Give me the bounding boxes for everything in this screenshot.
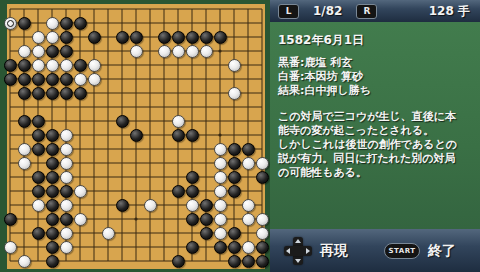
black-stone (186, 185, 199, 198)
white-stone (256, 227, 269, 240)
black-stone (214, 31, 227, 44)
black-stone (32, 115, 45, 128)
title-bar: L 1/82 R 128 手 (270, 0, 480, 22)
black-stone (74, 87, 87, 100)
white-stone (214, 199, 227, 212)
start-button-icon[interactable]: START (384, 243, 420, 259)
white-stone (4, 17, 17, 30)
white-stone (228, 59, 241, 72)
black-stone (186, 241, 199, 254)
white-stone (46, 31, 59, 44)
white-stone (88, 73, 101, 86)
black-stone (46, 129, 59, 142)
black-stone (46, 185, 59, 198)
black-stone (4, 59, 17, 72)
black-stone (60, 213, 73, 226)
black-stone (228, 143, 241, 156)
black-stone (60, 185, 73, 198)
white-stone (4, 241, 17, 254)
black-stone (88, 31, 101, 44)
black-stone (32, 171, 45, 184)
white-stone (130, 45, 143, 58)
white-stone (32, 199, 45, 212)
black-stone (158, 31, 171, 44)
black-stone (32, 87, 45, 100)
black-stone (186, 171, 199, 184)
control-bar: 再現 START 終了 (270, 229, 480, 272)
white-stone (32, 59, 45, 72)
white-stone (256, 157, 269, 170)
game-counter: 1/82 (313, 4, 342, 18)
white-stone (88, 59, 101, 72)
white-stone (60, 157, 73, 170)
black-stone (172, 255, 185, 268)
black-stone (4, 73, 17, 86)
white-stone (256, 213, 269, 226)
black-stone (18, 87, 31, 100)
black-stone (60, 87, 73, 100)
black-stone (74, 17, 87, 30)
white-stone (214, 213, 227, 226)
black-stone (18, 73, 31, 86)
black-stone (228, 241, 241, 254)
replay-label[interactable]: 再現 (320, 242, 348, 260)
white-stone (214, 157, 227, 170)
black-stone (60, 17, 73, 30)
move-count: 128 手 (429, 3, 470, 20)
black-stone (60, 31, 73, 44)
black-stone (130, 129, 143, 142)
black-stone (46, 213, 59, 226)
white-stone (242, 241, 255, 254)
game-info-area: 1582年6月1日 黒番:鹿塩 利玄 白番:本因坊 算砂 結果:白中押し勝ち こ… (270, 22, 480, 229)
black-stone (200, 199, 213, 212)
black-stone (46, 157, 59, 170)
white-stone (60, 241, 73, 254)
white-stone (214, 171, 227, 184)
white-stone (60, 227, 73, 240)
white-stone (102, 227, 115, 240)
white-stone (214, 227, 227, 240)
black-stone (200, 227, 213, 240)
black-stone (256, 171, 269, 184)
game-date: 1582年6月1日 (278, 32, 364, 49)
black-stone (228, 171, 241, 184)
white-stone (242, 157, 255, 170)
white-stone (18, 143, 31, 156)
white-stone (186, 199, 199, 212)
white-stone (186, 45, 199, 58)
white-stone (60, 143, 73, 156)
black-stone (18, 115, 31, 128)
black-stone (130, 31, 143, 44)
players-and-result: 黒番:鹿塩 利玄 白番:本因坊 算砂 結果:白中押し勝ち (278, 56, 371, 98)
black-stone (242, 255, 255, 268)
r-shoulder-button-icon[interactable]: R (356, 4, 377, 19)
white-stone (74, 213, 87, 226)
white-stone (60, 199, 73, 212)
white-stone (172, 115, 185, 128)
black-stone (186, 129, 199, 142)
black-stone (46, 143, 59, 156)
black-stone (46, 255, 59, 268)
black-stone (74, 59, 87, 72)
black-stone (4, 213, 17, 226)
black-stone (214, 241, 227, 254)
black-stone (46, 227, 59, 240)
black-stone (228, 157, 241, 170)
black-stone (18, 17, 31, 30)
white-stone (74, 185, 87, 198)
white-stone (60, 59, 73, 72)
black-stone (256, 241, 269, 254)
black-stone (228, 185, 241, 198)
white-stone (74, 73, 87, 86)
black-stone (18, 59, 31, 72)
white-stone (144, 199, 157, 212)
black-stone (46, 45, 59, 58)
white-stone (60, 129, 73, 142)
white-stone (46, 59, 59, 72)
black-stone (242, 143, 255, 156)
white-stone (18, 255, 31, 268)
black-stone (172, 185, 185, 198)
black-stone (46, 241, 59, 254)
black-stone (32, 227, 45, 240)
white-stone (60, 171, 73, 184)
black-stone (32, 143, 45, 156)
white-stone (214, 143, 227, 156)
white-stone (18, 157, 31, 170)
black-stone (32, 185, 45, 198)
white-stone (32, 31, 45, 44)
black-stone (46, 73, 59, 86)
black-stone (46, 87, 59, 100)
dpad-icon[interactable] (284, 237, 312, 265)
black-stone (256, 255, 269, 268)
black-stone (228, 227, 241, 240)
info-panel: L 1/82 R 128 手 1582年6月1日 黒番:鹿塩 利玄 白番:本因坊… (270, 0, 480, 272)
black-stone (200, 31, 213, 44)
go-board (0, 0, 270, 272)
black-stone (172, 31, 185, 44)
white-stone (32, 45, 45, 58)
black-stone (116, 199, 129, 212)
black-stone (200, 213, 213, 226)
black-stone (186, 31, 199, 44)
black-stone (46, 199, 59, 212)
black-stone (172, 129, 185, 142)
black-stone (186, 213, 199, 226)
black-stone (32, 129, 45, 142)
white-stone (228, 87, 241, 100)
psp-go-viewer-screen: L 1/82 R 128 手 1582年6月1日 黒番:鹿塩 利玄 白番:本因坊… (0, 0, 480, 272)
white-stone (172, 45, 185, 58)
white-stone (158, 45, 171, 58)
white-stone (200, 45, 213, 58)
white-stone (18, 45, 31, 58)
l-shoulder-button-icon[interactable]: L (278, 4, 299, 19)
black-stone (116, 31, 129, 44)
black-stone (60, 45, 73, 58)
quit-label[interactable]: 終了 (428, 242, 456, 260)
white-stone (242, 199, 255, 212)
black-stone (228, 255, 241, 268)
black-stone (60, 73, 73, 86)
white-stone (214, 185, 227, 198)
white-stone (242, 213, 255, 226)
commentary-text: この対局で三コウが生じ、直後に本 能寺の変が起こったとされる。 しかしこれは後世… (278, 110, 457, 180)
black-stone (32, 73, 45, 86)
black-stone (46, 171, 59, 184)
black-stone (116, 115, 129, 128)
white-stone (46, 17, 59, 30)
